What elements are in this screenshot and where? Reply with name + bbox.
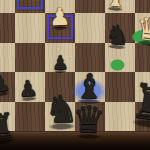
square-h4[interactable] (0, 0, 15, 13)
white-pawn-f5[interactable]: ♟ (47, 5, 72, 30)
white-bishop-glyph: ♝ (104, 0, 128, 11)
white-bishop-d4[interactable]: ♝ (104, 0, 128, 11)
chess-app-screen: ♟♝♞♛♟♟♟♝♞♛♜♜ (0, 0, 150, 150)
black-pawn-h7[interactable]: ♟ (0, 72, 12, 97)
square-h5[interactable] (0, 13, 15, 43)
black-pawn-glyph: ♟ (50, 53, 69, 72)
last-move-highlight-g4 (17, 0, 43, 9)
black-queen-e8[interactable]: ♛ (70, 101, 108, 139)
square-g8[interactable] (15, 102, 45, 131)
legal-move-dot-d6 (110, 59, 125, 71)
square-h6[interactable] (0, 43, 15, 72)
square-g6[interactable] (15, 43, 45, 72)
black-pawn-g7[interactable]: ♟ (16, 77, 40, 101)
square-g5[interactable] (15, 13, 45, 43)
chess-board[interactable]: ♟♝♞♛♟♟♟♝♞♛♜♜ (0, 0, 150, 131)
square-e5[interactable] (75, 13, 105, 43)
white-pawn-glyph: ♟ (47, 5, 72, 30)
square-e4[interactable] (75, 0, 105, 13)
black-pawn-glyph: ♟ (0, 72, 12, 97)
black-pawn-glyph: ♟ (16, 77, 40, 101)
black-knight-glyph: ♞ (103, 20, 132, 49)
black-knight-d5[interactable]: ♞ (103, 20, 132, 49)
black-queen-glyph: ♛ (70, 101, 108, 139)
black-pawn-f6[interactable]: ♟ (50, 53, 69, 72)
